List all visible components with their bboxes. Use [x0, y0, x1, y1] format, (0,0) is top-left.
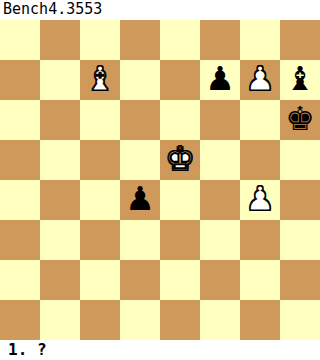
- square-c8[interactable]: [80, 20, 120, 60]
- square-g5[interactable]: [240, 140, 280, 180]
- square-a8[interactable]: [0, 20, 40, 60]
- square-c3[interactable]: [80, 220, 120, 260]
- white-pawn: ♟: [245, 179, 275, 219]
- square-a5[interactable]: [0, 140, 40, 180]
- square-a6[interactable]: [0, 100, 40, 140]
- chess-board: ♝♟♟♝♚♚♟♟: [0, 20, 320, 340]
- square-d3[interactable]: [120, 220, 160, 260]
- square-e4[interactable]: [160, 180, 200, 220]
- black-pawn: ♟: [205, 59, 235, 99]
- square-f5[interactable]: [200, 140, 240, 180]
- square-e2[interactable]: [160, 260, 200, 300]
- square-f3[interactable]: [200, 220, 240, 260]
- chess-diagram: Bench4.3553 ♝♟♟♝♚♚♟♟ 1. ?: [0, 0, 320, 360]
- white-pawn: ♟: [245, 59, 275, 99]
- square-b2[interactable]: [40, 260, 80, 300]
- square-e5[interactable]: ♚: [160, 140, 200, 180]
- square-b4[interactable]: [40, 180, 80, 220]
- square-g2[interactable]: [240, 260, 280, 300]
- white-king: ♚: [165, 139, 195, 179]
- square-g6[interactable]: [240, 100, 280, 140]
- square-h7[interactable]: ♝: [280, 60, 320, 100]
- square-f8[interactable]: [200, 20, 240, 60]
- square-a2[interactable]: [0, 260, 40, 300]
- square-h6[interactable]: ♚: [280, 100, 320, 140]
- white-bishop: ♝: [85, 59, 115, 99]
- square-b5[interactable]: [40, 140, 80, 180]
- square-d7[interactable]: [120, 60, 160, 100]
- square-d4[interactable]: ♟: [120, 180, 160, 220]
- square-g4[interactable]: ♟: [240, 180, 280, 220]
- black-king: ♚: [285, 99, 315, 139]
- square-d8[interactable]: [120, 20, 160, 60]
- black-pawn: ♟: [125, 179, 155, 219]
- black-bishop: ♝: [285, 59, 315, 99]
- square-f1[interactable]: [200, 300, 240, 340]
- square-h2[interactable]: [280, 260, 320, 300]
- square-h1[interactable]: [280, 300, 320, 340]
- square-c4[interactable]: [80, 180, 120, 220]
- square-h3[interactable]: [280, 220, 320, 260]
- square-h5[interactable]: [280, 140, 320, 180]
- square-f4[interactable]: [200, 180, 240, 220]
- square-a1[interactable]: [0, 300, 40, 340]
- square-e3[interactable]: [160, 220, 200, 260]
- square-e8[interactable]: [160, 20, 200, 60]
- square-b3[interactable]: [40, 220, 80, 260]
- square-b1[interactable]: [40, 300, 80, 340]
- square-f6[interactable]: [200, 100, 240, 140]
- move-prompt: 1. ?: [0, 340, 320, 360]
- square-g3[interactable]: [240, 220, 280, 260]
- square-b7[interactable]: [40, 60, 80, 100]
- square-d1[interactable]: [120, 300, 160, 340]
- square-g1[interactable]: [240, 300, 280, 340]
- square-e1[interactable]: [160, 300, 200, 340]
- diagram-title: Bench4.3553: [0, 0, 320, 20]
- square-h4[interactable]: [280, 180, 320, 220]
- square-e7[interactable]: [160, 60, 200, 100]
- square-f2[interactable]: [200, 260, 240, 300]
- square-g7[interactable]: ♟: [240, 60, 280, 100]
- square-h8[interactable]: [280, 20, 320, 60]
- square-d5[interactable]: [120, 140, 160, 180]
- square-c6[interactable]: [80, 100, 120, 140]
- square-a7[interactable]: [0, 60, 40, 100]
- square-b8[interactable]: [40, 20, 80, 60]
- square-g8[interactable]: [240, 20, 280, 60]
- square-e6[interactable]: [160, 100, 200, 140]
- square-d6[interactable]: [120, 100, 160, 140]
- square-d2[interactable]: [120, 260, 160, 300]
- square-a4[interactable]: [0, 180, 40, 220]
- square-b6[interactable]: [40, 100, 80, 140]
- square-c5[interactable]: [80, 140, 120, 180]
- square-a3[interactable]: [0, 220, 40, 260]
- square-c2[interactable]: [80, 260, 120, 300]
- square-f7[interactable]: ♟: [200, 60, 240, 100]
- square-c1[interactable]: [80, 300, 120, 340]
- square-c7[interactable]: ♝: [80, 60, 120, 100]
